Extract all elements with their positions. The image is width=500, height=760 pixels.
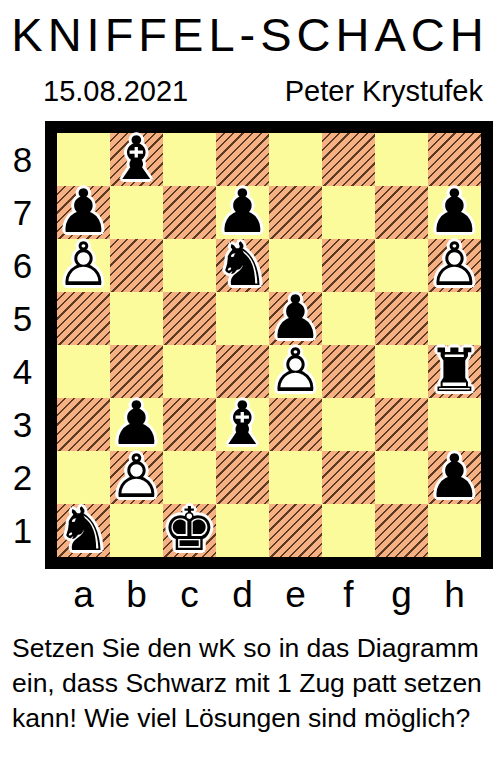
square-g2 [375, 451, 428, 504]
square-f3 [322, 398, 375, 451]
rank-label-1: 1 [13, 504, 32, 557]
author-name: Peter Krystufek [285, 75, 483, 108]
square-h2: ♟ [428, 451, 481, 504]
square-a3 [57, 398, 110, 451]
square-h1 [428, 504, 481, 557]
square-a5 [57, 292, 110, 345]
file-labels: abcdefgh [57, 574, 493, 616]
square-g4 [375, 345, 428, 398]
file-label-c: c [163, 574, 216, 616]
white-pawn-e4: ♟♙ [269, 345, 322, 398]
square-e2 [269, 451, 322, 504]
square-e8 [269, 133, 322, 186]
square-g6 [375, 239, 428, 292]
square-h4: ♜ [428, 345, 481, 398]
square-f7 [322, 186, 375, 239]
square-c5 [163, 292, 216, 345]
square-g8 [375, 133, 428, 186]
square-g5 [375, 292, 428, 345]
board-column: ♝♟♟♟♟♙♞♟♙♟♟♙♜♟♝♟♙♟♞♚ abcdefgh [45, 121, 493, 616]
subtitle-row: 15.08.2021 Peter Krystufek [0, 75, 500, 108]
rank-label-8: 8 [13, 133, 32, 186]
black-knight-a1: ♞ [57, 504, 110, 557]
square-h6: ♟♙ [428, 239, 481, 292]
page-title: KNIFFEL-SCHACH [0, 7, 500, 62]
square-c6 [163, 239, 216, 292]
file-label-a: a [57, 574, 110, 616]
black-bishop-b8: ♝ [110, 133, 163, 186]
rank-label-4: 4 [13, 345, 32, 398]
chess-board: ♝♟♟♟♟♙♞♟♙♟♟♙♜♟♝♟♙♟♞♚ [45, 121, 493, 569]
rank-label-2: 2 [13, 451, 32, 504]
black-pawn-h2: ♟ [428, 451, 481, 504]
question-line-1: Setzen Sie den wK so in das Diagramm [12, 631, 490, 666]
square-c4 [163, 345, 216, 398]
square-g3 [375, 398, 428, 451]
puzzle-date: 15.08.2021 [43, 75, 188, 108]
rank-label-6: 6 [13, 239, 32, 292]
white-pawn-b2: ♟♙ [110, 451, 163, 504]
square-e3 [269, 398, 322, 451]
square-g7 [375, 186, 428, 239]
square-b8: ♝ [110, 133, 163, 186]
square-d6: ♞ [216, 239, 269, 292]
square-f1 [322, 504, 375, 557]
square-d5 [216, 292, 269, 345]
square-e1 [269, 504, 322, 557]
file-label-b: b [110, 574, 163, 616]
board-area: 87654321 ♝♟♟♟♟♙♞♟♙♟♟♙♜♟♝♟♙♟♞♚ abcdefgh [0, 121, 500, 616]
square-a4 [57, 345, 110, 398]
square-a6: ♟♙ [57, 239, 110, 292]
square-c3 [163, 398, 216, 451]
square-d3: ♝ [216, 398, 269, 451]
square-f5 [322, 292, 375, 345]
white-pawn-h6: ♟♙ [428, 239, 481, 292]
rank-label-7: 7 [13, 186, 32, 239]
black-knight-d6: ♞ [216, 239, 269, 292]
puzzle-page: KNIFFEL-SCHACH 15.08.2021 Peter Krystufe… [0, 7, 500, 760]
square-f6 [322, 239, 375, 292]
file-label-f: f [322, 574, 375, 616]
white-pawn-a6: ♟♙ [57, 239, 110, 292]
square-f2 [322, 451, 375, 504]
question-line-2: ein, dass Schwarz mit 1 Zug patt setzen [12, 666, 490, 701]
rank-label-3: 3 [13, 398, 32, 451]
square-b5 [110, 292, 163, 345]
square-g1 [375, 504, 428, 557]
square-c1: ♚ [163, 504, 216, 557]
puzzle-question: Setzen Sie den wK so in das Diagramm ein… [12, 631, 490, 736]
square-d1 [216, 504, 269, 557]
square-a1: ♞ [57, 504, 110, 557]
square-c7 [163, 186, 216, 239]
file-label-g: g [375, 574, 428, 616]
file-label-h: h [428, 574, 481, 616]
square-b6 [110, 239, 163, 292]
square-e4: ♟♙ [269, 345, 322, 398]
square-b1 [110, 504, 163, 557]
rank-labels: 87654321 [0, 121, 45, 616]
square-b2: ♟♙ [110, 451, 163, 504]
square-c8 [163, 133, 216, 186]
square-f8 [322, 133, 375, 186]
question-line-3: kann! Wie viel Lösungen sind möglich? [12, 701, 490, 736]
black-bishop-d3: ♝ [216, 398, 269, 451]
square-e7 [269, 186, 322, 239]
black-rook-h4: ♜ [428, 345, 481, 398]
rank-label-5: 5 [13, 292, 32, 345]
file-label-e: e [269, 574, 322, 616]
square-f4 [322, 345, 375, 398]
black-king-c1: ♚ [163, 504, 216, 557]
square-b7 [110, 186, 163, 239]
square-d2 [216, 451, 269, 504]
file-label-d: d [216, 574, 269, 616]
